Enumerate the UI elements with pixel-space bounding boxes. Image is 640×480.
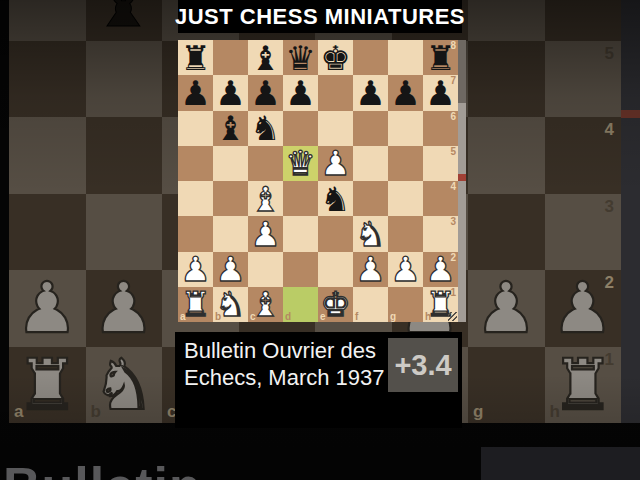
- white-bishop: ♝: [250, 182, 280, 216]
- square-d3[interactable]: [283, 216, 318, 251]
- file-label-h: h: [550, 403, 560, 420]
- rank-label-1: 1: [450, 288, 456, 298]
- file-label-h: h: [425, 312, 431, 322]
- white-pawn: ♟: [250, 217, 280, 251]
- white-knight: ♞: [355, 217, 385, 251]
- board-resize-handle-icon[interactable]: [448, 312, 457, 321]
- black-queen: ♛: [285, 41, 315, 75]
- square-a1: a♜: [9, 347, 86, 424]
- square-h6: 6: [545, 0, 622, 41]
- square-b4: [86, 117, 163, 194]
- rank-label-7: 7: [450, 76, 456, 86]
- square-c6[interactable]: ♞: [248, 111, 283, 146]
- rank-label-4: 4: [605, 121, 614, 138]
- square-g1[interactable]: g: [388, 287, 423, 322]
- white-pawn: ♟: [92, 273, 155, 343]
- square-a6: [9, 0, 86, 41]
- square-e3[interactable]: [318, 216, 353, 251]
- square-c8[interactable]: ♝: [248, 40, 283, 75]
- black-king: ♚: [320, 41, 350, 75]
- square-a3: [9, 194, 86, 271]
- square-g4: [468, 117, 545, 194]
- background-scrollbar-marker: [621, 110, 640, 118]
- square-a4[interactable]: [178, 181, 213, 216]
- square-a1[interactable]: a♜: [178, 287, 213, 322]
- square-h4[interactable]: 4: [423, 181, 458, 216]
- square-g7[interactable]: ♟: [388, 75, 423, 110]
- black-pawn: ♟: [215, 76, 245, 110]
- square-h6[interactable]: 6: [423, 111, 458, 146]
- white-rook: ♜: [16, 350, 79, 420]
- scrollbar-marker: [458, 174, 466, 181]
- square-d2[interactable]: [283, 252, 318, 287]
- file-label-g: g: [390, 312, 396, 322]
- white-pawn: ♟: [390, 252, 420, 286]
- white-pawn: ♟: [215, 252, 245, 286]
- square-g1: g: [468, 347, 545, 424]
- file-label-g: g: [473, 403, 483, 420]
- white-pawn: ♟: [16, 273, 79, 343]
- square-d1[interactable]: d: [283, 287, 318, 322]
- square-h5[interactable]: 5: [423, 146, 458, 181]
- square-b6[interactable]: ♝: [213, 111, 248, 146]
- title-text: JUST CHESS MINIATURES: [175, 4, 465, 30]
- square-e5[interactable]: ♟: [318, 146, 353, 181]
- square-a8[interactable]: ♜: [178, 40, 213, 75]
- square-g2[interactable]: ♟: [388, 252, 423, 287]
- square-e2[interactable]: [318, 252, 353, 287]
- square-c1[interactable]: c♝: [248, 287, 283, 322]
- white-knight: ♞: [92, 350, 155, 420]
- square-b7[interactable]: ♟: [213, 75, 248, 110]
- square-g8[interactable]: [388, 40, 423, 75]
- rank-label-3: 3: [450, 217, 456, 227]
- square-b1: b♞: [86, 347, 163, 424]
- square-a3[interactable]: [178, 216, 213, 251]
- square-g5[interactable]: [388, 146, 423, 181]
- square-b6: ♝: [86, 0, 163, 41]
- square-b3: [86, 194, 163, 271]
- file-label-e: e: [320, 312, 326, 322]
- square-h3[interactable]: 3: [423, 216, 458, 251]
- rank-label-4: 4: [450, 182, 456, 192]
- white-pawn: ♟: [320, 146, 350, 180]
- square-d8[interactable]: ♛: [283, 40, 318, 75]
- square-d5[interactable]: ♛: [283, 146, 318, 181]
- file-label-d: d: [285, 312, 291, 322]
- square-c5[interactable]: [248, 146, 283, 181]
- square-g6[interactable]: [388, 111, 423, 146]
- rank-label-2: 2: [450, 253, 456, 263]
- square-c2[interactable]: [248, 252, 283, 287]
- square-h4: 4: [545, 117, 622, 194]
- rank-label-6: 6: [450, 112, 456, 122]
- rank-label-3: 3: [605, 198, 614, 215]
- background-eval-box: [481, 447, 640, 480]
- title-banner: JUST CHESS MINIATURES: [178, 0, 462, 33]
- black-rook: ♜: [180, 41, 210, 75]
- square-d7[interactable]: ♟: [283, 75, 318, 110]
- square-b5: [86, 41, 163, 118]
- square-a2: ♟: [9, 270, 86, 347]
- square-a7[interactable]: ♟: [178, 75, 213, 110]
- square-f7[interactable]: ♟: [353, 75, 388, 110]
- square-c7[interactable]: ♟: [248, 75, 283, 110]
- square-c3[interactable]: ♟: [248, 216, 283, 251]
- square-f2[interactable]: ♟: [353, 252, 388, 287]
- square-d4[interactable]: [283, 181, 318, 216]
- square-e8[interactable]: ♚: [318, 40, 353, 75]
- board-scrollbar[interactable]: [458, 40, 466, 322]
- square-h5: 5: [545, 41, 622, 118]
- square-b5[interactable]: [213, 146, 248, 181]
- white-queen: ♛: [285, 146, 315, 180]
- square-h2: 2♟: [545, 270, 622, 347]
- square-b2[interactable]: ♟: [213, 252, 248, 287]
- black-knight: ♞: [250, 111, 280, 145]
- square-b8[interactable]: [213, 40, 248, 75]
- square-g5: [468, 41, 545, 118]
- square-e1[interactable]: e♚: [318, 287, 353, 322]
- square-b2: ♟: [86, 270, 163, 347]
- square-h3: 3: [545, 194, 622, 271]
- white-pawn: ♟: [475, 273, 538, 343]
- square-a5: [9, 41, 86, 118]
- white-pawn: ♟: [180, 252, 210, 286]
- square-g2: ♟: [468, 270, 545, 347]
- file-label-a: a: [180, 312, 186, 322]
- square-h1: h1♜: [545, 347, 622, 424]
- background-scrollbar: [621, 0, 640, 423]
- video-frame: ♝♞6♛♟5♝♞4♟♞3♟♟♟♟2♟a♜b♞c♝de♚fgh1♜ Bulleti…: [0, 0, 640, 480]
- square-h2[interactable]: 2♟: [423, 252, 458, 287]
- square-a2[interactable]: ♟: [178, 252, 213, 287]
- rank-label-2: 2: [605, 274, 614, 291]
- square-e7[interactable]: [318, 75, 353, 110]
- caption-line2: Echecs, March 1937: [184, 364, 385, 391]
- square-b3[interactable]: [213, 216, 248, 251]
- evaluation-badge: +3.4: [388, 338, 458, 392]
- square-g6: [468, 0, 545, 41]
- square-b4[interactable]: [213, 181, 248, 216]
- black-pawn: ♟: [390, 76, 420, 110]
- black-pawn: ♟: [285, 76, 315, 110]
- rank-label-5: 5: [605, 45, 614, 62]
- square-h8[interactable]: 8♜: [423, 40, 458, 75]
- file-label-a: a: [14, 403, 23, 420]
- black-bishop: ♝: [92, 0, 155, 37]
- square-f4[interactable]: [353, 181, 388, 216]
- square-a6[interactable]: [178, 111, 213, 146]
- square-f1[interactable]: f: [353, 287, 388, 322]
- square-g3[interactable]: [388, 216, 423, 251]
- square-f5[interactable]: [353, 146, 388, 181]
- black-bishop: ♝: [215, 111, 245, 145]
- black-pawn: ♟: [250, 76, 280, 110]
- square-b1[interactable]: b♞: [213, 287, 248, 322]
- square-c4[interactable]: ♝: [248, 181, 283, 216]
- square-e6[interactable]: [318, 111, 353, 146]
- square-f6[interactable]: [353, 111, 388, 146]
- square-g3: [468, 194, 545, 271]
- background-caption-text: Bulletin: [3, 456, 202, 480]
- black-pawn: ♟: [180, 76, 210, 110]
- black-pawn: ♟: [355, 76, 385, 110]
- caption-line1: Bulletin Ouvrier des: [184, 337, 385, 364]
- white-pawn: ♟: [355, 252, 385, 286]
- caption-text: Bulletin Ouvrier des Echecs, March 1937: [184, 337, 385, 391]
- square-d6[interactable]: [283, 111, 318, 146]
- file-label-b: b: [91, 403, 101, 420]
- square-f3[interactable]: ♞: [353, 216, 388, 251]
- square-h7[interactable]: 7♟: [423, 75, 458, 110]
- scrollbar-track-top[interactable]: [458, 40, 466, 103]
- rank-label-1: 1: [605, 351, 614, 368]
- file-label-b: b: [215, 312, 221, 322]
- caption-box: Bulletin Ouvrier des Echecs, March 1937 …: [175, 332, 462, 428]
- rank-label-8: 8: [450, 41, 456, 51]
- square-f8[interactable]: [353, 40, 388, 75]
- chess-board: ♜♝♛♚8♜♟♟♟♟♟♟7♟♝♞6♛♟5♝♞4♟♞3♟♟♟♟2♟a♜b♞c♝de…: [178, 40, 458, 322]
- square-e4[interactable]: ♞: [318, 181, 353, 216]
- square-a4: [9, 117, 86, 194]
- rank-label-5: 5: [450, 147, 456, 157]
- square-a5[interactable]: [178, 146, 213, 181]
- square-g4[interactable]: [388, 181, 423, 216]
- file-label-f: f: [355, 312, 358, 322]
- black-bishop: ♝: [250, 41, 280, 75]
- file-label-c: c: [250, 312, 256, 322]
- black-knight: ♞: [320, 182, 350, 216]
